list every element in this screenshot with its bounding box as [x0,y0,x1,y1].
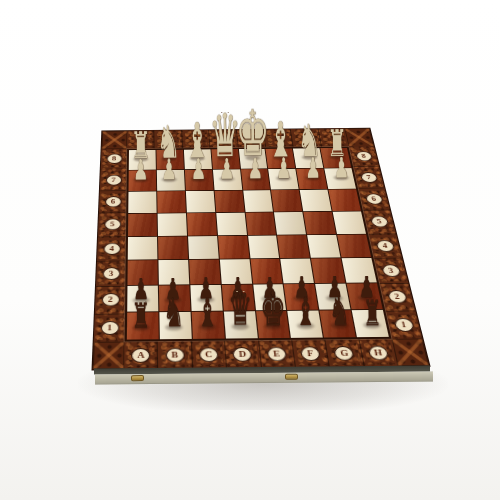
file-label-b: B [165,347,184,362]
square-f7[interactable] [269,169,299,190]
square-c8[interactable] [184,149,212,169]
square-a6[interactable] [128,191,156,213]
file-label-e: E [266,346,287,361]
file-label-d: D [232,346,252,361]
square-c6[interactable] [186,191,215,213]
frame-ornament-cell: 8 [101,149,127,169]
square-e6[interactable] [243,190,273,212]
square-g8[interactable] [293,148,323,168]
frame-ornament-cell [263,129,293,147]
frame-ornament-cell: 4 [368,233,402,258]
square-b7[interactable] [157,170,185,191]
rank-label-6: 6 [364,193,383,204]
frame-ornament-cell: A [124,341,157,369]
frame-ornament-cell [181,130,210,148]
frame-ornament-cell: 5 [363,210,396,234]
rank-label-8: 8 [106,154,122,164]
file-label-g: G [333,345,355,360]
chess-board: ABCDEFGH 87654321 87654321 ♜♞♝♛♚♝♞♜♟♟♟♟♟… [91,128,430,371]
square-d7[interactable] [213,169,242,190]
square-a5[interactable] [128,213,157,236]
rank-label-6: 6 [105,196,122,207]
square-b5[interactable] [157,213,186,236]
frame-ornament-cell: 5 [98,212,126,236]
piece-glyph: ♜ [346,299,399,328]
frame-ornament-cell [317,129,348,147]
frame-ornament-cell: D [224,340,260,368]
square-f6[interactable] [271,190,302,212]
rank-label-8: 8 [355,151,373,161]
frame-ornament-cell: 7 [100,169,127,191]
square-h8[interactable] [321,148,352,168]
rank-label-4: 4 [375,240,395,252]
square-f5[interactable] [274,212,306,235]
frame-ornament-cell: 8 [349,146,380,166]
brass-hinge-icon [285,374,298,380]
square-b6[interactable] [157,191,186,213]
frame-ornament-cell: H [358,339,398,367]
file-label-f: F [300,346,321,361]
frame-ornament-cell: B [157,341,192,369]
frame-ornament-cell: 4 [97,236,126,261]
square-c7[interactable] [185,170,214,191]
frame-ornament-cell [127,131,154,149]
square-d5[interactable] [216,212,247,235]
frame-ornament-cell: 7 [353,166,385,188]
square-g5[interactable] [304,211,337,234]
file-label-a: A [131,348,150,363]
frame-ornament-cell: 6 [99,190,127,213]
square-a7[interactable] [129,170,157,191]
rank-label-5: 5 [104,219,121,231]
frame-corner-ornament [391,338,429,366]
rank-label-5: 5 [369,216,389,228]
square-g7[interactable] [296,168,327,189]
square-e8[interactable] [238,149,267,169]
square-g6[interactable] [300,189,332,211]
square-b8[interactable] [156,150,183,170]
frame-ornament-cell: E [258,340,295,368]
square-e5[interactable] [245,212,276,235]
piece-glyph: ♚ [247,289,300,329]
piece-glyph: ♜ [115,301,168,330]
square-e7[interactable] [241,169,271,190]
file-label-c: C [199,347,219,362]
piece-glyph: ♝ [181,297,234,330]
board-frame-bottom: ABCDEFGH [124,339,397,369]
board-frame-top [127,129,348,149]
frame-ornament-cell [154,130,182,148]
square-h5[interactable] [333,211,366,234]
square-h6[interactable] [328,189,360,211]
square-a8[interactable] [129,150,156,170]
scene: ABCDEFGH 87654321 87654321 ♜♞♝♛♚♝♞♜♟♟♟♟♟… [0,0,500,500]
frame-ornament-cell [290,129,321,147]
square-c5[interactable] [187,213,217,236]
square-f8[interactable] [266,149,296,169]
frame-corner-ornament [93,342,125,370]
square-d8[interactable] [211,149,239,169]
file-label-h: H [367,345,389,360]
rank-label-4: 4 [103,242,121,254]
square-d6[interactable] [214,190,244,212]
rank-label-7: 7 [105,174,121,185]
brass-hinge-icon [131,375,144,381]
frame-ornament-cell [208,130,237,148]
frame-ornament-cell: C [191,340,227,368]
frame-ornament-cell [235,129,265,147]
frame-ornament-cell: 6 [358,187,390,210]
rank-label-7: 7 [359,172,378,183]
square-h7[interactable] [324,168,356,189]
frame-ornament-cell: G [324,339,363,367]
photo-of-wooden-chess-set: { "game": "chess", "scene": { "descripti… [0,0,500,500]
frame-ornament-cell: F [291,339,329,367]
